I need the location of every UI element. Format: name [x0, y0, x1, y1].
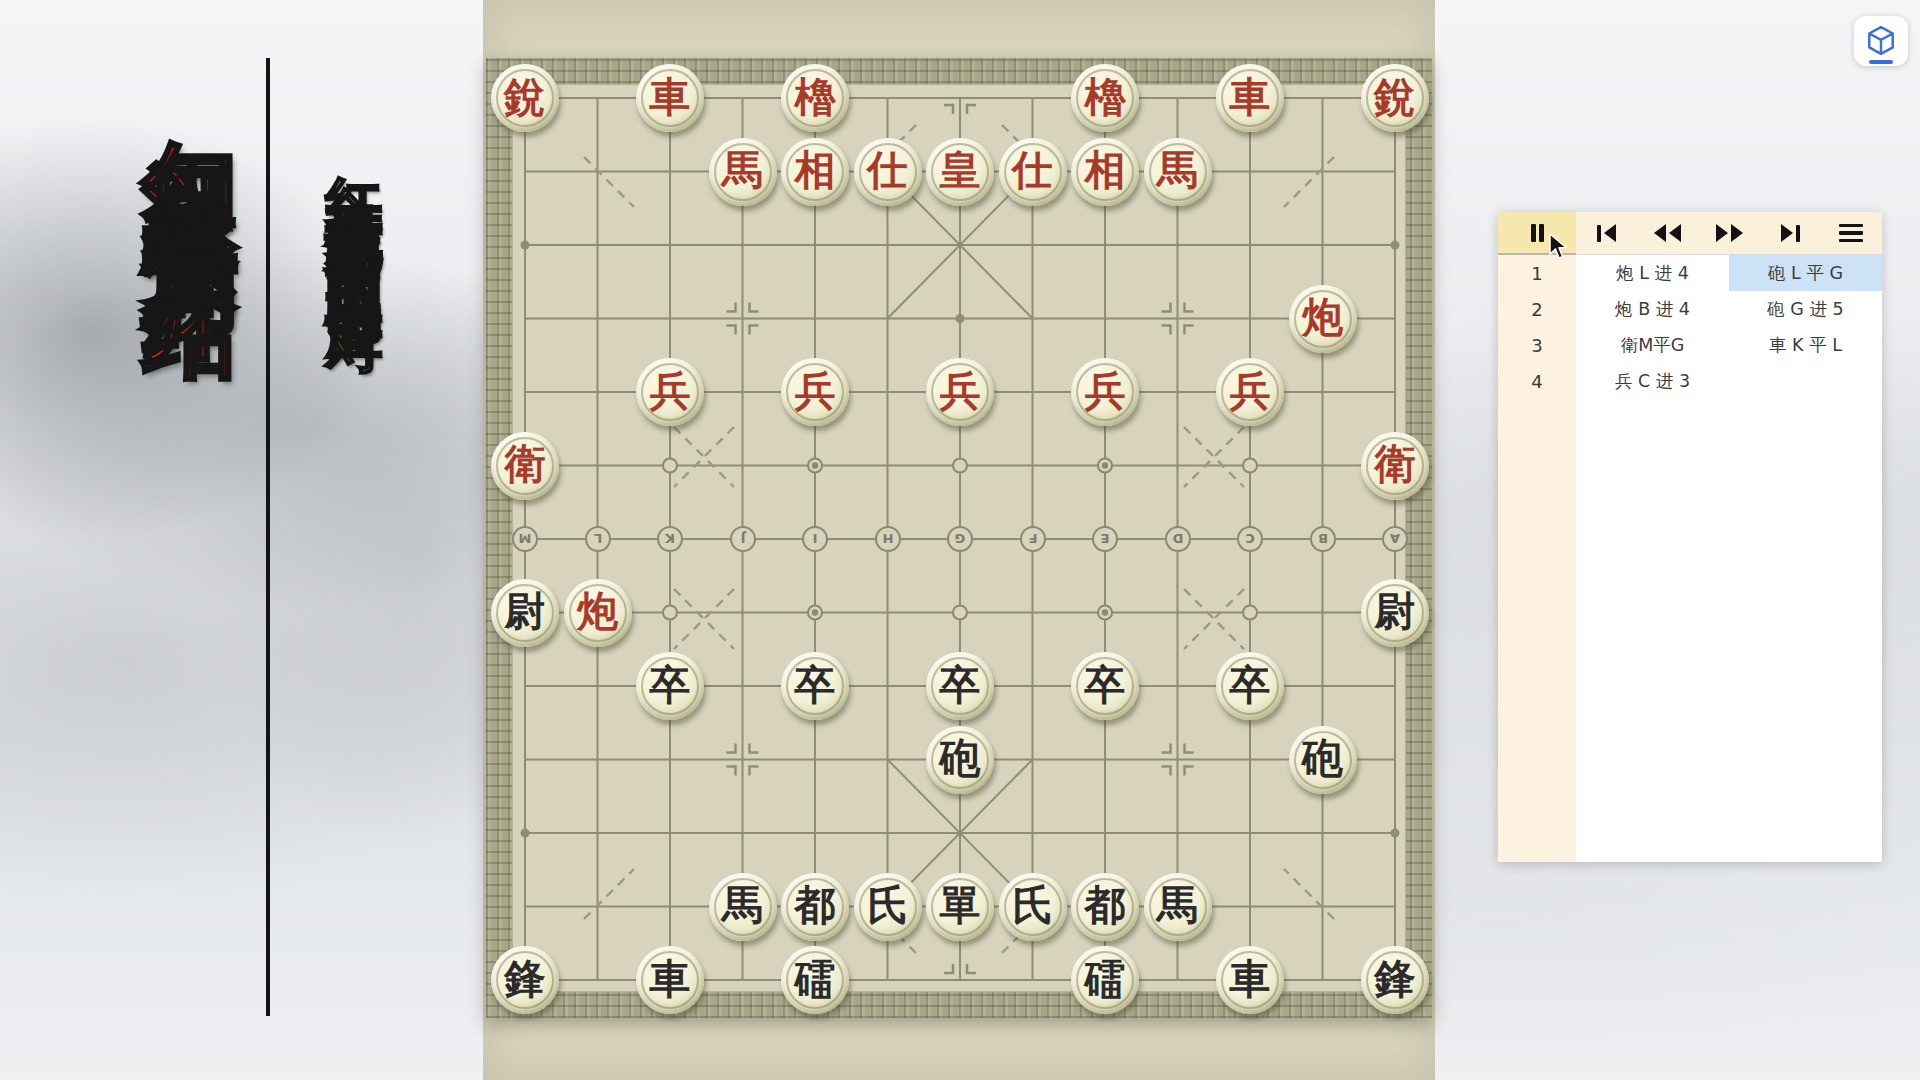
banner-title: 匈汉象棋开局介绍 [126, 62, 257, 1032]
piece-glyph: 卒 [795, 665, 836, 706]
file-label-D: D [1165, 526, 1191, 552]
piece-glyph: 兵 [1085, 371, 1126, 412]
piece-glyph: 仕 [1012, 150, 1053, 191]
piece-red-馬[interactable]: 馬 [709, 138, 777, 206]
piece-red-兵[interactable]: 兵 [1216, 358, 1284, 426]
move-number: 3 [1498, 335, 1576, 356]
piece-glyph: 銳 [505, 77, 546, 118]
piece-red-兵[interactable]: 兵 [1071, 358, 1139, 426]
piece-glyph: 相 [1085, 150, 1126, 191]
piece-glyph: 尉 [1375, 591, 1416, 632]
file-label-F: F [1020, 526, 1046, 552]
piece-black-馬[interactable]: 馬 [1144, 873, 1212, 941]
piece-black-卒[interactable]: 卒 [636, 652, 704, 720]
piece-glyph: 卒 [1230, 665, 1271, 706]
piece-glyph: 單 [940, 885, 981, 926]
move-panel: 1炮 L 进 4砲 L 平 G2炮 B 进 4砲 G 进 53衛M平G車 K 平… [1498, 212, 1882, 862]
menu-button[interactable] [1821, 212, 1882, 254]
piece-glyph: 馬 [722, 885, 763, 926]
piece-black-單[interactable]: 單 [926, 873, 994, 941]
piece-red-車[interactable]: 車 [1216, 64, 1284, 132]
piece-glyph: 馬 [1157, 885, 1198, 926]
move-row: 4兵 C 进 3 [1498, 363, 1882, 399]
piece-red-車[interactable]: 車 [636, 64, 704, 132]
piece-glyph: 兵 [650, 371, 691, 412]
move-cell-black[interactable] [1729, 363, 1882, 399]
piece-black-車[interactable]: 車 [1216, 946, 1284, 1014]
move-cell-black[interactable]: 砲 G 进 5 [1729, 291, 1882, 327]
piece-glyph: 車 [1230, 77, 1271, 118]
piece-glyph: 櫓 [795, 77, 836, 118]
piece-glyph: 皇 [940, 150, 981, 191]
move-row: 3衛M平G車 K 平 L [1498, 327, 1882, 363]
piece-glyph: 礌 [795, 959, 836, 1000]
move-cell-black[interactable]: 車 K 平 L [1729, 327, 1882, 363]
piece-red-炮[interactable]: 炮 [1289, 285, 1357, 353]
piece-glyph: 砲 [940, 738, 981, 779]
piece-red-仕[interactable]: 仕 [854, 138, 922, 206]
file-label-I: I [802, 526, 828, 552]
move-cell-red[interactable]: 兵 C 进 3 [1576, 363, 1729, 399]
board-backdrop: MLKJIHGFEDCBA 銳車櫓櫓車銳馬相仕皇仕相馬炮兵兵兵兵兵衛衛炮尉尉卒卒… [483, 0, 1435, 1080]
board-grid: MLKJIHGFEDCBA 銳車櫓櫓車銳馬相仕皇仕相馬炮兵兵兵兵兵衛衛炮尉尉卒卒… [524, 97, 1396, 981]
piece-black-礌[interactable]: 礌 [1071, 946, 1139, 1014]
piece-black-砲[interactable]: 砲 [926, 726, 994, 794]
move-number: 4 [1498, 371, 1576, 392]
piece-glyph: 鋒 [505, 959, 546, 1000]
piece-red-馬[interactable]: 馬 [1144, 138, 1212, 206]
piece-glyph: 車 [650, 77, 691, 118]
file-label-B: B [1310, 526, 1336, 552]
piece-glyph: 都 [1085, 885, 1126, 926]
piece-glyph: 卒 [650, 665, 691, 706]
rewind-button[interactable] [1637, 212, 1698, 254]
piece-red-衛[interactable]: 衛 [491, 432, 559, 500]
move-cell-red[interactable]: 衛M平G [1576, 327, 1729, 363]
piece-glyph: 相 [795, 150, 836, 191]
piece-black-鋒[interactable]: 鋒 [1361, 946, 1429, 1014]
piece-black-氏[interactable]: 氏 [999, 873, 1067, 941]
file-label-A: A [1382, 526, 1408, 552]
move-cell-red[interactable]: 炮 L 进 4 [1576, 255, 1729, 291]
file-label-G: G [947, 526, 973, 552]
piece-glyph: 兵 [1230, 371, 1271, 412]
piece-black-卒[interactable]: 卒 [1216, 652, 1284, 720]
piece-red-仕[interactable]: 仕 [999, 138, 1067, 206]
piece-glyph: 車 [650, 959, 691, 1000]
piece-glyph: 都 [795, 885, 836, 926]
move-list: 1炮 L 进 4砲 L 平 G2炮 B 进 4砲 G 进 53衛M平G車 K 平… [1498, 255, 1882, 399]
piece-glyph: 炮 [1302, 297, 1343, 338]
skip-to-end-button[interactable] [1760, 212, 1821, 254]
piece-glyph: 礌 [1085, 959, 1126, 1000]
file-label-E: E [1092, 526, 1118, 552]
piece-black-都[interactable]: 都 [781, 873, 849, 941]
banner-divider [266, 58, 270, 1016]
piece-red-兵[interactable]: 兵 [636, 358, 704, 426]
piece-glyph: 銳 [1375, 77, 1416, 118]
piece-black-礌[interactable]: 礌 [781, 946, 849, 1014]
file-label-J: J [730, 526, 756, 552]
cube-icon [1866, 25, 1896, 57]
piece-black-卒[interactable]: 卒 [781, 652, 849, 720]
piece-glyph: 馬 [1157, 150, 1198, 191]
move-row: 2炮 B 进 4砲 G 进 5 [1498, 291, 1882, 327]
mouse-cursor [1549, 233, 1575, 261]
extension-cube-button[interactable] [1854, 16, 1908, 66]
piece-glyph: 炮 [577, 591, 618, 632]
move-number: 2 [1498, 299, 1576, 320]
piece-red-櫓[interactable]: 櫓 [781, 64, 849, 132]
piece-black-尉[interactable]: 尉 [1361, 579, 1429, 647]
file-label-K: K [657, 526, 683, 552]
piece-glyph: 氏 [867, 885, 908, 926]
piece-red-相[interactable]: 相 [781, 138, 849, 206]
board-frame: MLKJIHGFEDCBA 銳車櫓櫓車銳馬相仕皇仕相馬炮兵兵兵兵兵衛衛炮尉尉卒卒… [486, 58, 1432, 1018]
piece-red-兵[interactable]: 兵 [781, 358, 849, 426]
file-label-M: M [512, 526, 538, 552]
piece-red-相[interactable]: 相 [1071, 138, 1139, 206]
piece-black-卒[interactable]: 卒 [1071, 652, 1139, 720]
piece-glyph: 鋒 [1375, 959, 1416, 1000]
fast-forward-icon [1716, 224, 1728, 242]
piece-red-炮[interactable]: 炮 [564, 579, 632, 647]
piece-glyph: 仕 [867, 150, 908, 191]
move-cell-black[interactable]: 砲 L 平 G [1729, 255, 1882, 291]
skip-to-start-button[interactable] [1576, 212, 1637, 254]
piece-glyph: 衛 [1375, 444, 1416, 485]
piece-black-卒[interactable]: 卒 [926, 652, 994, 720]
piece-black-馬[interactable]: 馬 [709, 873, 777, 941]
piece-red-銳[interactable]: 銳 [491, 64, 559, 132]
piece-red-櫓[interactable]: 櫓 [1071, 64, 1139, 132]
piece-glyph: 衛 [505, 444, 546, 485]
pause-icon [1531, 224, 1536, 242]
piece-black-鋒[interactable]: 鋒 [491, 946, 559, 1014]
piece-glyph: 砲 [1302, 738, 1343, 779]
banner-subtitle: 红方进炮骑河的正确应对 [316, 130, 393, 930]
piece-glyph: 車 [1230, 959, 1271, 1000]
piece-red-銳[interactable]: 銳 [1361, 64, 1429, 132]
piece-glyph: 兵 [940, 371, 981, 412]
file-label-L: L [585, 526, 611, 552]
board-field[interactable]: MLKJIHGFEDCBA 銳車櫓櫓車銳馬相仕皇仕相馬炮兵兵兵兵兵衛衛炮尉尉卒卒… [512, 84, 1406, 992]
menu-icon [1839, 224, 1863, 243]
fast-forward-button[interactable] [1698, 212, 1759, 254]
piece-glyph: 卒 [1085, 665, 1126, 706]
piece-glyph: 氏 [1012, 885, 1053, 926]
piece-red-皇[interactable]: 皇 [926, 138, 994, 206]
piece-black-氏[interactable]: 氏 [854, 873, 922, 941]
skip-end-icon [1781, 224, 1793, 242]
piece-glyph: 尉 [505, 591, 546, 632]
piece-glyph: 兵 [795, 371, 836, 412]
piece-glyph: 櫓 [1085, 77, 1126, 118]
move-number: 1 [1498, 263, 1576, 284]
skip-start-icon [1597, 225, 1601, 242]
piece-black-車[interactable]: 車 [636, 946, 704, 1014]
piece-glyph: 馬 [722, 150, 763, 191]
move-cell-red[interactable]: 炮 B 进 4 [1576, 291, 1729, 327]
piece-red-衛[interactable]: 衛 [1361, 432, 1429, 500]
piece-glyph: 卒 [940, 665, 981, 706]
piece-black-砲[interactable]: 砲 [1289, 726, 1357, 794]
piece-black-尉[interactable]: 尉 [491, 579, 559, 647]
rewind-icon [1654, 224, 1666, 242]
file-label-C: C [1237, 526, 1263, 552]
cube-button-underline [1869, 60, 1893, 64]
piece-black-都[interactable]: 都 [1071, 873, 1139, 941]
file-label-H: H [875, 526, 901, 552]
piece-red-兵[interactable]: 兵 [926, 358, 994, 426]
